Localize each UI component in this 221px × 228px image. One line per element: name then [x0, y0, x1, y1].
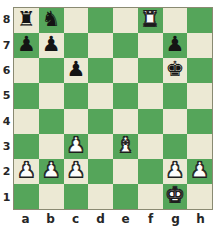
square-g7[interactable]: ♟: [163, 33, 188, 58]
file-label-e: e: [113, 210, 138, 227]
square-e4[interactable]: [113, 109, 138, 134]
white-pawn-c3[interactable]: ♟: [66, 135, 85, 156]
square-h8[interactable]: [187, 8, 212, 33]
square-e1[interactable]: [113, 184, 138, 209]
square-c2[interactable]: ♟: [64, 159, 89, 184]
square-b7[interactable]: ♟: [39, 33, 64, 58]
square-b6[interactable]: [39, 58, 64, 83]
square-b4[interactable]: [39, 109, 64, 134]
square-f2[interactable]: [138, 159, 163, 184]
black-king-g6[interactable]: ♚: [165, 59, 184, 80]
square-f7[interactable]: [138, 33, 163, 58]
square-d1[interactable]: [88, 184, 113, 209]
square-b1[interactable]: [39, 184, 64, 209]
square-e6[interactable]: [113, 58, 138, 83]
square-g1[interactable]: ♚: [163, 184, 188, 209]
white-pawn-b2[interactable]: ♟: [42, 160, 61, 181]
square-d3[interactable]: [88, 134, 113, 159]
square-c1[interactable]: [64, 184, 89, 209]
white-pawn-a2[interactable]: ♟: [17, 160, 36, 181]
square-h4[interactable]: [187, 109, 212, 134]
file-labels: abcdefgh: [13, 210, 213, 227]
square-a1[interactable]: [14, 184, 39, 209]
white-bishop-e3[interactable]: ♝: [116, 135, 135, 156]
square-b8[interactable]: ♞: [39, 8, 64, 33]
square-a6[interactable]: [14, 58, 39, 83]
chess-diagram: 87654321 ♜♞♜♟♟♟♟♚♟♝♟♟♟♟♟♚ abcdefgh: [0, 0, 221, 228]
rank-label-7: 7: [0, 32, 13, 57]
square-f3[interactable]: [138, 134, 163, 159]
rank-label-8: 8: [0, 7, 13, 32]
square-b5[interactable]: [39, 83, 64, 108]
square-a7[interactable]: ♟: [14, 33, 39, 58]
white-pawn-c2[interactable]: ♟: [66, 160, 85, 181]
file-label-d: d: [88, 210, 113, 227]
square-g2[interactable]: ♟: [163, 159, 188, 184]
rank-label-1: 1: [0, 185, 13, 210]
black-knight-b8[interactable]: ♞: [42, 9, 61, 30]
square-f6[interactable]: [138, 58, 163, 83]
file-label-a: a: [13, 210, 38, 227]
square-e8[interactable]: [113, 8, 138, 33]
square-e7[interactable]: [113, 33, 138, 58]
square-h7[interactable]: [187, 33, 212, 58]
square-d8[interactable]: [88, 8, 113, 33]
rank-label-3: 3: [0, 134, 13, 159]
square-g5[interactable]: [163, 83, 188, 108]
chess-board[interactable]: ♜♞♜♟♟♟♟♚♟♝♟♟♟♟♟♚: [13, 7, 213, 210]
square-g6[interactable]: ♚: [163, 58, 188, 83]
rank-label-4: 4: [0, 109, 13, 134]
square-a4[interactable]: [14, 109, 39, 134]
square-f1[interactable]: [138, 184, 163, 209]
square-h5[interactable]: [187, 83, 212, 108]
file-label-b: b: [38, 210, 63, 227]
square-e5[interactable]: [113, 83, 138, 108]
square-g8[interactable]: [163, 8, 188, 33]
black-rook-a8[interactable]: ♜: [17, 9, 36, 30]
square-f5[interactable]: [138, 83, 163, 108]
square-c8[interactable]: [64, 8, 89, 33]
square-c6[interactable]: ♟: [64, 58, 89, 83]
square-b3[interactable]: [39, 134, 64, 159]
square-e2[interactable]: [113, 159, 138, 184]
square-c7[interactable]: [64, 33, 89, 58]
square-a5[interactable]: [14, 83, 39, 108]
square-g4[interactable]: [163, 109, 188, 134]
rank-label-6: 6: [0, 58, 13, 83]
rank-label-2: 2: [0, 159, 13, 184]
square-d4[interactable]: [88, 109, 113, 134]
file-label-c: c: [63, 210, 88, 227]
white-rook-f8[interactable]: ♜: [141, 9, 160, 30]
black-pawn-g7[interactable]: ♟: [165, 34, 184, 55]
file-label-g: g: [163, 210, 188, 227]
square-h1[interactable]: [187, 184, 212, 209]
square-c3[interactable]: ♟: [64, 134, 89, 159]
square-d6[interactable]: [88, 58, 113, 83]
square-h2[interactable]: ♟: [187, 159, 212, 184]
white-pawn-g2[interactable]: ♟: [165, 160, 184, 181]
black-pawn-a7[interactable]: ♟: [17, 34, 36, 55]
white-king-g1[interactable]: ♚: [165, 185, 184, 206]
white-pawn-h2[interactable]: ♟: [190, 160, 209, 181]
rank-labels: 87654321: [0, 7, 13, 210]
black-pawn-c6[interactable]: ♟: [66, 59, 85, 80]
square-g3[interactable]: [163, 134, 188, 159]
square-a2[interactable]: ♟: [14, 159, 39, 184]
square-f8[interactable]: ♜: [138, 8, 163, 33]
square-d7[interactable]: [88, 33, 113, 58]
square-a8[interactable]: ♜: [14, 8, 39, 33]
square-b2[interactable]: ♟: [39, 159, 64, 184]
square-e3[interactable]: ♝: [113, 134, 138, 159]
rank-label-5: 5: [0, 83, 13, 108]
square-h3[interactable]: [187, 134, 212, 159]
square-c4[interactable]: [64, 109, 89, 134]
square-d5[interactable]: [88, 83, 113, 108]
file-label-h: h: [188, 210, 213, 227]
square-a3[interactable]: [14, 134, 39, 159]
square-h6[interactable]: [187, 58, 212, 83]
black-pawn-b7[interactable]: ♟: [42, 34, 61, 55]
square-c5[interactable]: [64, 83, 89, 108]
square-f4[interactable]: [138, 109, 163, 134]
square-d2[interactable]: [88, 159, 113, 184]
file-label-f: f: [138, 210, 163, 227]
